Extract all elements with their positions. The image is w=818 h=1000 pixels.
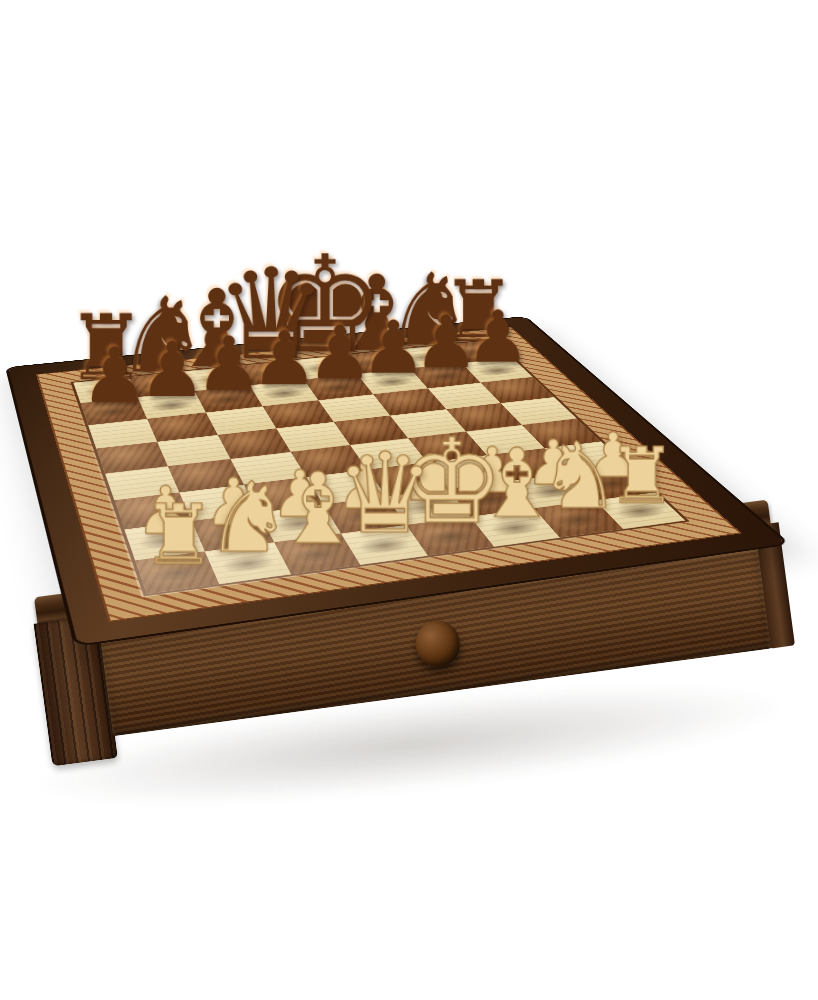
piece-dark-pawn-a7: ♟ <box>80 340 148 413</box>
square-b1: ♞ <box>205 542 290 584</box>
square-a1: ♜ <box>135 551 219 594</box>
square-a6 <box>88 419 157 449</box>
piece-light-rook-a1: ♜ <box>141 496 215 575</box>
drawer-knob <box>413 618 463 669</box>
square-h5 <box>500 397 576 425</box>
piece-light-knight-b1: ♞ <box>205 473 292 565</box>
square-a7: ♟ <box>81 397 148 425</box>
chess-set-photo: ♜♞♝♛♚♝♞♜♟♟♟♟♟♟♟♟♟♟♟♟♟♟♟♟♜♞♝♛♚♝♞♜ <box>0 0 818 1000</box>
square-e6 <box>318 394 390 422</box>
square-d6 <box>262 400 333 428</box>
board-grid: ♜♞♝♛♚♝♞♜♟♟♟♟♟♟♟♟♟♟♟♟♟♟♟♟♜♞♝♛♚♝♞♜ <box>70 339 689 596</box>
